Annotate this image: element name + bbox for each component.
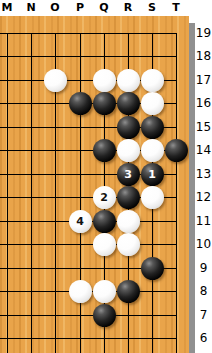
row-label-18: 18 [195,48,212,64]
grid-line-col-M [7,33,8,353]
move-number-2: 2 [100,186,108,209]
stone-black-S9[interactable] [141,257,164,280]
grid-line-row-19 [0,33,177,34]
move-number-4: 4 [76,210,84,233]
row-label-16: 16 [195,95,212,111]
stone-white-R11[interactable] [117,210,140,233]
stone-black-S15[interactable] [141,116,164,139]
grid-line-col-P [80,33,81,353]
row-labels-strip: 191817161514131211109876 [195,0,212,353]
stone-black-R15[interactable] [117,116,140,139]
stone-white-R10[interactable] [117,233,140,256]
row-label-13: 13 [195,166,212,182]
column-label-R: R [118,1,138,15]
row-label-19: 19 [195,25,212,41]
stone-white-S12[interactable] [141,186,164,209]
go-board[interactable]: 3124 [0,16,189,353]
stone-black-Q11[interactable] [93,210,116,233]
row-label-10: 10 [195,236,212,252]
stone-black-R8[interactable] [117,280,140,303]
row-label-12: 12 [195,189,212,205]
stone-white-O17[interactable] [44,69,67,92]
column-label-T: T [166,1,186,15]
move-number-1: 1 [148,163,156,186]
row-label-9: 9 [195,260,212,276]
grid-line-col-N [31,33,32,353]
row-label-11: 11 [195,213,212,229]
row-label-15: 15 [195,119,212,135]
row-label-14: 14 [195,142,212,158]
stone-white-Q17[interactable] [93,69,116,92]
stone-white-S14[interactable] [141,139,164,162]
grid-line-row-10 [0,244,177,245]
stone-white-P8[interactable] [69,280,92,303]
stone-black-P16[interactable] [69,92,92,115]
go-diagram: 3124 MNOPQRST 191817161514131211109876 [0,0,212,353]
stone-white-P11[interactable]: 4 [69,210,92,233]
column-labels-strip: MNOPQRST [0,0,212,16]
stone-white-R17[interactable] [117,69,140,92]
column-label-P: P [70,1,90,15]
column-label-M: M [0,1,17,15]
grid-line-row-7 [0,315,177,316]
stone-black-Q14[interactable] [93,139,116,162]
stone-white-Q12[interactable]: 2 [93,186,116,209]
stone-black-R12[interactable] [117,186,140,209]
column-label-O: O [45,1,65,15]
column-label-S: S [142,1,162,15]
row-label-6: 6 [195,330,212,346]
stone-white-S16[interactable] [141,92,164,115]
stone-black-Q7[interactable] [93,304,116,327]
stone-white-Q10[interactable] [93,233,116,256]
row-label-17: 17 [195,72,212,88]
move-number-3: 3 [124,163,132,186]
row-label-7: 7 [195,307,212,323]
column-label-N: N [21,1,41,15]
grid-line-row-18 [0,56,177,57]
stone-black-S13[interactable]: 1 [141,163,164,186]
column-label-Q: Q [94,1,114,15]
grid-line-row-6 [0,338,177,339]
stone-black-R16[interactable] [117,92,140,115]
stone-black-Q16[interactable] [93,92,116,115]
stone-black-R13[interactable]: 3 [117,163,140,186]
stone-white-Q8[interactable] [93,280,116,303]
grid-line-col-T [176,33,177,353]
stone-black-T14[interactable] [165,139,188,162]
stone-white-S17[interactable] [141,69,164,92]
row-label-8: 8 [195,283,212,299]
stone-white-R14[interactable] [117,139,140,162]
